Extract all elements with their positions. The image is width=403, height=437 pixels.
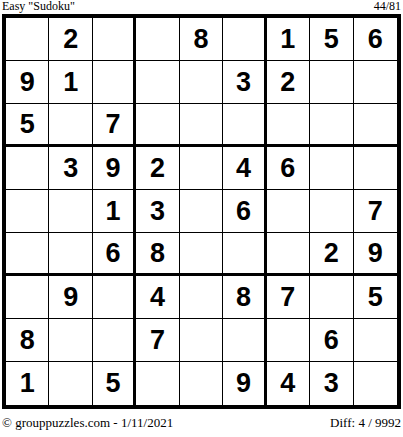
cell-r7c5 [180, 276, 223, 319]
cell-r9c3: 5 [93, 362, 136, 405]
cell-r8c1: 8 [6, 319, 49, 362]
cell-r5c2 [49, 190, 92, 233]
cell-r5c1 [6, 190, 49, 233]
cell-r8c4: 7 [136, 319, 179, 362]
puzzle-title: Easy "Sudoku" [2, 0, 75, 13]
cell-r4c8 [310, 147, 353, 190]
cell-r7c1 [6, 276, 49, 319]
header: Easy "Sudoku" 44/81 [2, 0, 401, 14]
cell-r1c8: 5 [310, 18, 353, 61]
cell-r7c8 [310, 276, 353, 319]
cell-r1c9: 6 [354, 18, 397, 61]
cell-r3c5 [180, 104, 223, 147]
cell-r9c6: 9 [223, 362, 266, 405]
sudoku-board: 2815691325739246136768299487587615943 [2, 14, 401, 409]
cell-r6c6 [223, 233, 266, 276]
cell-r1c5: 8 [180, 18, 223, 61]
cell-r4c5 [180, 147, 223, 190]
cell-r6c8: 2 [310, 233, 353, 276]
cell-r9c4 [136, 362, 179, 405]
cell-r3c8 [310, 104, 353, 147]
difficulty-text: Diff: 4 / 9992 [330, 415, 401, 430]
cell-r3c7 [267, 104, 310, 147]
cell-r2c8 [310, 61, 353, 104]
cell-r1c7: 1 [267, 18, 310, 61]
cell-r2c7: 2 [267, 61, 310, 104]
cell-r1c1 [6, 18, 49, 61]
cell-r3c2 [49, 104, 92, 147]
cell-r9c8: 3 [310, 362, 353, 405]
cell-r3c1: 5 [6, 104, 49, 147]
cell-r4c6: 4 [223, 147, 266, 190]
cell-r2c5 [180, 61, 223, 104]
cell-r5c7 [267, 190, 310, 233]
footer: © grouppuzzles.com - 1/11/2021 Diff: 4 /… [2, 415, 401, 430]
cell-r1c2: 2 [49, 18, 92, 61]
cell-r5c6: 6 [223, 190, 266, 233]
cell-r8c9 [354, 319, 397, 362]
cell-r4c2: 3 [49, 147, 92, 190]
cell-r7c3 [93, 276, 136, 319]
cell-r9c7: 4 [267, 362, 310, 405]
cell-r7c6: 8 [223, 276, 266, 319]
cell-r8c8: 6 [310, 319, 353, 362]
copyright-text: © grouppuzzles.com - 1/11/2021 [2, 415, 173, 430]
cell-r5c9: 7 [354, 190, 397, 233]
cell-r4c7: 6 [267, 147, 310, 190]
cell-r9c9 [354, 362, 397, 405]
empty-cell-counter: 44/81 [374, 0, 401, 13]
cell-r8c7 [267, 319, 310, 362]
cell-r3c9 [354, 104, 397, 147]
cell-r2c2: 1 [49, 61, 92, 104]
cell-r6c1 [6, 233, 49, 276]
cell-r6c3: 6 [93, 233, 136, 276]
cell-r4c4: 2 [136, 147, 179, 190]
cell-r8c2 [49, 319, 92, 362]
cell-r2c1: 9 [6, 61, 49, 104]
cell-r7c9: 5 [354, 276, 397, 319]
cell-r8c5 [180, 319, 223, 362]
cell-r4c3: 9 [93, 147, 136, 190]
cell-r1c4 [136, 18, 179, 61]
cell-r2c9 [354, 61, 397, 104]
cell-r5c8 [310, 190, 353, 233]
cell-r6c9: 9 [354, 233, 397, 276]
cell-r7c7: 7 [267, 276, 310, 319]
cell-r2c3 [93, 61, 136, 104]
cell-r8c6 [223, 319, 266, 362]
cell-r6c2 [49, 233, 92, 276]
cell-r4c9 [354, 147, 397, 190]
cell-r5c4: 3 [136, 190, 179, 233]
cell-r2c4 [136, 61, 179, 104]
cell-r6c5 [180, 233, 223, 276]
cell-r3c4 [136, 104, 179, 147]
cell-r9c1: 1 [6, 362, 49, 405]
cell-r5c5 [180, 190, 223, 233]
cell-r3c3: 7 [93, 104, 136, 147]
cell-r8c3 [93, 319, 136, 362]
cell-r4c1 [6, 147, 49, 190]
cell-r7c4: 4 [136, 276, 179, 319]
cell-r3c6 [223, 104, 266, 147]
cell-r1c6 [223, 18, 266, 61]
cell-r5c3: 1 [93, 190, 136, 233]
cell-r9c5 [180, 362, 223, 405]
cell-r6c4: 8 [136, 233, 179, 276]
cell-r6c7 [267, 233, 310, 276]
cell-r2c6: 3 [223, 61, 266, 104]
cell-r1c3 [93, 18, 136, 61]
cell-r7c2: 9 [49, 276, 92, 319]
cell-r9c2 [49, 362, 92, 405]
